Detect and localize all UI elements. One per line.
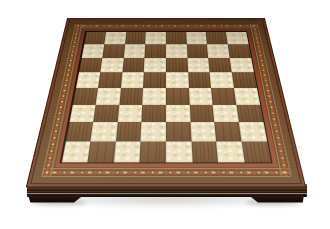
square-e1 [166, 141, 192, 162]
square-a1 [61, 141, 90, 162]
board-foot-right [249, 196, 305, 203]
square-a4 [72, 88, 98, 105]
board-foot-left [27, 196, 83, 203]
square-d5 [143, 73, 166, 88]
square-a3 [69, 105, 96, 123]
square-c5 [121, 73, 144, 88]
square-e7 [166, 44, 187, 58]
square-b8 [104, 32, 126, 45]
square-f7 [187, 44, 209, 58]
square-h3 [236, 105, 263, 123]
square-a8 [84, 32, 106, 45]
square-c7 [124, 44, 146, 58]
inlay-band-bottom [41, 168, 290, 176]
square-b2 [90, 122, 117, 141]
square-f4 [189, 88, 213, 105]
square-h8 [226, 32, 248, 45]
square-g7 [207, 44, 229, 58]
square-e5 [166, 73, 189, 88]
square-g4 [211, 88, 236, 105]
square-e4 [166, 88, 189, 105]
square-f3 [189, 105, 214, 123]
square-g2 [215, 122, 242, 141]
square-a6 [78, 58, 102, 73]
square-e8 [166, 32, 187, 45]
square-b5 [98, 73, 122, 88]
square-d1 [140, 141, 166, 162]
square-g1 [216, 141, 244, 162]
square-a5 [76, 73, 101, 88]
square-d8 [145, 32, 166, 45]
square-h1 [242, 141, 271, 162]
square-f5 [188, 73, 211, 88]
square-b7 [102, 44, 124, 58]
square-d6 [144, 58, 166, 73]
square-h6 [230, 58, 254, 73]
square-c6 [122, 58, 145, 73]
square-f1 [191, 141, 218, 162]
square-a2 [65, 122, 93, 141]
square-f6 [187, 58, 210, 73]
square-b6 [100, 58, 123, 73]
photo-background [0, 0, 330, 229]
square-c4 [119, 88, 143, 105]
square-c8 [125, 32, 146, 45]
square-h4 [234, 88, 260, 105]
square-e3 [166, 105, 190, 123]
board-grid [61, 32, 270, 162]
square-d2 [141, 122, 166, 141]
square-g3 [213, 105, 239, 123]
square-g6 [208, 58, 231, 73]
square-b3 [93, 105, 119, 123]
square-h7 [228, 44, 251, 58]
square-b1 [88, 141, 116, 162]
playing-field-outline [59, 31, 272, 164]
square-h5 [232, 73, 257, 88]
square-c3 [117, 105, 142, 123]
square-e2 [166, 122, 191, 141]
square-g5 [210, 73, 234, 88]
square-d4 [143, 88, 166, 105]
square-e6 [166, 58, 188, 73]
square-d3 [142, 105, 166, 123]
square-c2 [116, 122, 142, 141]
square-f2 [190, 122, 216, 141]
square-f8 [186, 32, 207, 45]
chess-board [27, 19, 305, 187]
square-g8 [206, 32, 228, 45]
square-d7 [145, 44, 166, 58]
square-c1 [114, 141, 141, 162]
square-a7 [81, 44, 104, 58]
square-h2 [239, 122, 267, 141]
square-b4 [96, 88, 121, 105]
